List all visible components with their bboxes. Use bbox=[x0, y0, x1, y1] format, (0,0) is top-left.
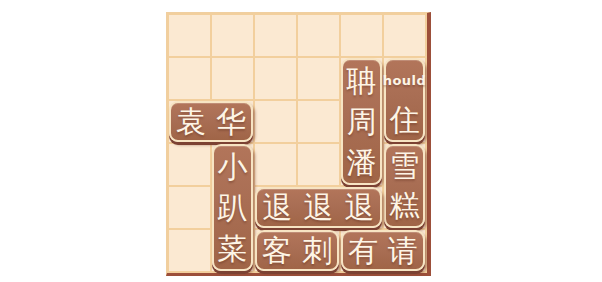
tile-char: 华 bbox=[211, 103, 251, 140]
tile-char: 有 bbox=[343, 232, 383, 269]
tile-char: 菜 bbox=[214, 228, 251, 269]
tile-char: 住 bbox=[386, 100, 423, 140]
tile-char-latin: hould bbox=[386, 60, 423, 100]
board-cell bbox=[298, 58, 339, 99]
tile-char: 聃 bbox=[343, 60, 380, 101]
board-cell bbox=[212, 58, 253, 99]
board-cell bbox=[169, 144, 210, 185]
tile-char: 糕 bbox=[386, 186, 423, 226]
tile-char: 请 bbox=[383, 232, 423, 269]
tile-char: 雪 bbox=[386, 146, 423, 186]
board-cell bbox=[255, 101, 296, 142]
tile-xue-gao[interactable]: 雪 糕 bbox=[384, 144, 425, 228]
tile-ke-ci[interactable]: 客 刺 bbox=[255, 230, 339, 271]
board-cell bbox=[298, 15, 339, 56]
tile-dan-zhou-pan[interactable]: 聃 周 潘 bbox=[341, 58, 382, 185]
tile-char: 袁 bbox=[171, 103, 211, 140]
tile-xiao-pa-cai[interactable]: 小 趴 菜 bbox=[212, 144, 253, 271]
tile-char: 客 bbox=[257, 232, 297, 269]
board-cell bbox=[384, 15, 425, 56]
game-screen: 袁 华 小 趴 菜 聃 周 潘 hould 住 雪 糕 退 退 退 客 刺 bbox=[0, 0, 602, 282]
tile-char: 周 bbox=[343, 101, 380, 142]
tile-char: 潘 bbox=[343, 142, 380, 183]
tile-hould-zhu[interactable]: hould 住 bbox=[384, 58, 425, 142]
tile-you-qing[interactable]: 有 请 bbox=[341, 230, 425, 271]
tile-tui-tui-tui[interactable]: 退 退 退 bbox=[255, 187, 382, 228]
board-cell bbox=[298, 144, 339, 185]
board-cell bbox=[169, 15, 210, 56]
tile-char: 退 bbox=[339, 189, 380, 226]
tile-char: 退 bbox=[257, 189, 298, 226]
tile-char: 趴 bbox=[214, 187, 251, 228]
board-cell bbox=[341, 15, 382, 56]
board-cell bbox=[255, 15, 296, 56]
board-cell bbox=[169, 187, 210, 228]
board-cell bbox=[298, 101, 339, 142]
tile-char: 退 bbox=[298, 189, 339, 226]
board-cell bbox=[255, 58, 296, 99]
tile-yuan-hua[interactable]: 袁 华 bbox=[169, 101, 253, 142]
board-cell bbox=[169, 230, 210, 271]
board-cell bbox=[169, 58, 210, 99]
board-cell bbox=[212, 15, 253, 56]
puzzle-board: 袁 华 小 趴 菜 聃 周 潘 hould 住 雪 糕 退 退 退 客 刺 bbox=[166, 12, 431, 276]
tile-char: 刺 bbox=[297, 232, 337, 269]
tile-char: 小 bbox=[214, 146, 251, 187]
board-cell bbox=[255, 144, 296, 185]
